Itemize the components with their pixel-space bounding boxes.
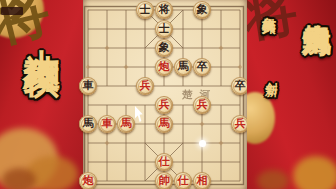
piece-char: 士 bbox=[140, 1, 151, 19]
red-piece-馬[interactable]: 馬 bbox=[117, 115, 135, 133]
piece-char: 卒 bbox=[235, 77, 246, 95]
piece-char: 象 bbox=[197, 1, 208, 19]
piece-char: 炮 bbox=[159, 58, 170, 76]
piece-char: 兵 bbox=[197, 96, 208, 114]
right-banner-title: 中炮对屏风马 bbox=[297, 1, 336, 7]
piece-char: 兵 bbox=[235, 115, 246, 133]
piece-char: 卒 bbox=[197, 58, 208, 76]
red-piece-車[interactable]: 車 bbox=[98, 115, 116, 133]
black-piece-将[interactable]: 将 bbox=[155, 1, 173, 19]
red-piece-相[interactable]: 相 bbox=[193, 172, 211, 189]
thumbnail-stage: 将 大神象棋 楚河 漢界 士将象士象炮馬卒車兵卒兵兵馬車馬馬兵仕炮帥仕相 将 象… bbox=[0, 0, 336, 189]
piece-char: 帥 bbox=[159, 172, 170, 189]
red-piece-馬[interactable]: 馬 bbox=[155, 115, 173, 133]
piece-char: 士 bbox=[159, 20, 170, 38]
red-piece-帥[interactable]: 帥 bbox=[155, 172, 173, 189]
right-banner-byline: 象棋大师 bbox=[261, 6, 279, 11]
red-piece-兵[interactable]: 兵 bbox=[136, 77, 154, 95]
black-piece-馬[interactable]: 馬 bbox=[79, 115, 97, 133]
black-piece-車[interactable]: 車 bbox=[79, 77, 97, 95]
decor-piece-photo bbox=[247, 92, 275, 144]
piece-char: 馬 bbox=[178, 58, 189, 76]
piece-char: 仕 bbox=[159, 153, 170, 171]
piece-char: 炮 bbox=[83, 172, 94, 189]
piece-char: 車 bbox=[102, 115, 113, 133]
decor-blur bbox=[293, 156, 336, 189]
red-piece-兵[interactable]: 兵 bbox=[193, 96, 211, 114]
right-banner: 将 象棋大师 创新 中炮对屏风马 bbox=[247, 0, 336, 189]
piece-char: 馬 bbox=[159, 115, 170, 133]
right-banner-tag: 创新 bbox=[263, 72, 280, 77]
black-piece-卒[interactable]: 卒 bbox=[193, 58, 211, 76]
decor-blur bbox=[257, 170, 289, 189]
piece-char: 馬 bbox=[121, 115, 132, 133]
piece-char: 仕 bbox=[178, 172, 189, 189]
black-piece-馬[interactable]: 馬 bbox=[174, 58, 192, 76]
red-piece-炮[interactable]: 炮 bbox=[155, 58, 173, 76]
black-piece-士[interactable]: 士 bbox=[155, 20, 173, 38]
red-piece-兵[interactable]: 兵 bbox=[155, 96, 173, 114]
black-piece-象[interactable]: 象 bbox=[155, 39, 173, 57]
piece-char: 将 bbox=[159, 1, 170, 19]
piece-char: 車 bbox=[83, 77, 94, 95]
move-indicator-dot[interactable] bbox=[199, 140, 206, 147]
red-piece-仕[interactable]: 仕 bbox=[174, 172, 192, 189]
black-piece-象[interactable]: 象 bbox=[193, 1, 211, 19]
piece-char: 象 bbox=[159, 39, 170, 57]
piece-char: 馬 bbox=[83, 115, 94, 133]
red-piece-仕[interactable]: 仕 bbox=[155, 153, 173, 171]
piece-char: 兵 bbox=[159, 96, 170, 114]
red-piece-炮[interactable]: 炮 bbox=[79, 172, 97, 189]
black-piece-士[interactable]: 士 bbox=[136, 1, 154, 19]
piece-char: 相 bbox=[197, 172, 208, 189]
piece-char: 兵 bbox=[140, 77, 151, 95]
